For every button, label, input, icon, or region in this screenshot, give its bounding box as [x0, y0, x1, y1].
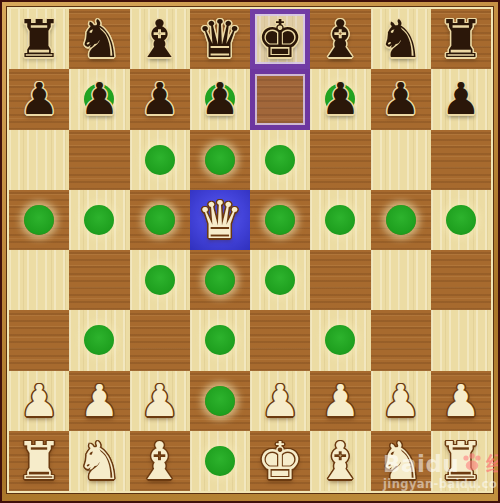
legal-move-dot: [24, 205, 54, 235]
black-king: ♚: [250, 9, 310, 69]
square-b5[interactable]: [69, 190, 129, 250]
square-g4[interactable]: [371, 250, 431, 310]
black-knight: ♞: [69, 9, 129, 69]
square-e2[interactable]: ♟: [250, 371, 310, 431]
black-rook: ♜: [431, 9, 491, 69]
white-pawn: ♟: [130, 371, 190, 431]
square-e3[interactable]: [250, 310, 310, 370]
white-pawn: ♟: [371, 371, 431, 431]
legal-move-dot: [205, 446, 235, 476]
white-pawn: ♟: [310, 371, 370, 431]
square-c8[interactable]: ♝: [130, 9, 190, 69]
square-g7[interactable]: ♟: [371, 69, 431, 129]
legal-move-dot: [325, 325, 355, 355]
square-f8[interactable]: ♝: [310, 9, 370, 69]
black-pawn: ♟: [69, 69, 129, 129]
square-h6[interactable]: [431, 130, 491, 190]
square-f7[interactable]: ♟: [310, 69, 370, 129]
legal-move-dot: [446, 205, 476, 235]
square-c3[interactable]: [130, 310, 190, 370]
square-c6[interactable]: [130, 130, 190, 190]
black-pawn: ♟: [190, 69, 250, 129]
square-a2[interactable]: ♟: [9, 371, 69, 431]
square-f4[interactable]: [310, 250, 370, 310]
black-queen: ♛: [190, 9, 250, 69]
square-g6[interactable]: [371, 130, 431, 190]
square-a7[interactable]: ♟: [9, 69, 69, 129]
square-a8[interactable]: ♜: [9, 9, 69, 69]
legal-move-dot: [205, 386, 235, 416]
white-knight: ♞: [371, 431, 431, 491]
legal-move-dot: [205, 265, 235, 295]
square-h5[interactable]: [431, 190, 491, 250]
board-frame: ♜♞♝♛♚♝♞♜♟♟♟♟♟♟♟♛♟♟♟♟♟♟♟♜♞♝♚♝♞♜: [7, 7, 493, 493]
square-f6[interactable]: [310, 130, 370, 190]
square-b6[interactable]: [69, 130, 129, 190]
square-f2[interactable]: ♟: [310, 371, 370, 431]
square-f3[interactable]: [310, 310, 370, 370]
square-h2[interactable]: ♟: [431, 371, 491, 431]
square-c4[interactable]: [130, 250, 190, 310]
square-b8[interactable]: ♞: [69, 9, 129, 69]
square-h4[interactable]: [431, 250, 491, 310]
white-rook: ♜: [9, 431, 69, 491]
square-h3[interactable]: [431, 310, 491, 370]
square-d6[interactable]: [190, 130, 250, 190]
square-a4[interactable]: [9, 250, 69, 310]
square-g2[interactable]: ♟: [371, 371, 431, 431]
square-h1[interactable]: ♜: [431, 431, 491, 491]
square-b4[interactable]: [69, 250, 129, 310]
white-rook: ♜: [431, 431, 491, 491]
square-d8[interactable]: ♛: [190, 9, 250, 69]
square-d4[interactable]: [190, 250, 250, 310]
black-bishop: ♝: [130, 9, 190, 69]
square-a3[interactable]: [9, 310, 69, 370]
square-d2[interactable]: [190, 371, 250, 431]
square-b1[interactable]: ♞: [69, 431, 129, 491]
square-c2[interactable]: ♟: [130, 371, 190, 431]
square-d3[interactable]: [190, 310, 250, 370]
square-h8[interactable]: ♜: [431, 9, 491, 69]
black-pawn: ♟: [431, 69, 491, 129]
square-a5[interactable]: [9, 190, 69, 250]
black-pawn: ♟: [371, 69, 431, 129]
square-g8[interactable]: ♞: [371, 9, 431, 69]
legal-move-dot: [325, 205, 355, 235]
square-a6[interactable]: [9, 130, 69, 190]
white-queen: ♛: [190, 190, 250, 250]
legal-move-dot: [386, 205, 416, 235]
white-bishop: ♝: [310, 431, 370, 491]
square-e5[interactable]: [250, 190, 310, 250]
square-d1[interactable]: [190, 431, 250, 491]
square-c5[interactable]: [130, 190, 190, 250]
white-pawn: ♟: [9, 371, 69, 431]
legal-move-dot: [145, 145, 175, 175]
square-d7[interactable]: ♟: [190, 69, 250, 129]
legal-move-dot: [205, 325, 235, 355]
square-f1[interactable]: ♝: [310, 431, 370, 491]
square-g1[interactable]: ♞: [371, 431, 431, 491]
white-king: ♚: [250, 431, 310, 491]
square-g3[interactable]: [371, 310, 431, 370]
square-b3[interactable]: [69, 310, 129, 370]
black-rook: ♜: [9, 9, 69, 69]
black-pawn: ♟: [9, 69, 69, 129]
square-c1[interactable]: ♝: [130, 431, 190, 491]
black-knight: ♞: [371, 9, 431, 69]
chess-board: ♜♞♝♛♚♝♞♜♟♟♟♟♟♟♟♛♟♟♟♟♟♟♟♜♞♝♚♝♞♜: [9, 9, 491, 491]
square-g5[interactable]: [371, 190, 431, 250]
square-e6[interactable]: [250, 130, 310, 190]
white-bishop: ♝: [130, 431, 190, 491]
white-pawn: ♟: [431, 371, 491, 431]
square-b2[interactable]: ♟: [69, 371, 129, 431]
legal-move-dot: [84, 205, 114, 235]
white-pawn: ♟: [250, 371, 310, 431]
legal-move-dot: [265, 145, 295, 175]
square-e1[interactable]: ♚: [250, 431, 310, 491]
white-knight: ♞: [69, 431, 129, 491]
legal-move-dot: [205, 145, 235, 175]
legal-move-dot: [145, 265, 175, 295]
white-pawn: ♟: [69, 371, 129, 431]
legal-move-dot: [265, 265, 295, 295]
legal-move-dot: [84, 325, 114, 355]
legal-move-dot: [145, 205, 175, 235]
square-f5[interactable]: [310, 190, 370, 250]
square-a1[interactable]: ♜: [9, 431, 69, 491]
black-pawn: ♟: [310, 69, 370, 129]
black-pawn: ♟: [130, 69, 190, 129]
square-e8[interactable]: ♚: [250, 9, 310, 69]
square-b7[interactable]: ♟: [69, 69, 129, 129]
square-e7[interactable]: [250, 69, 310, 129]
square-c7[interactable]: ♟: [130, 69, 190, 129]
chess-app-window: ♜♞♝♛♚♝♞♜♟♟♟♟♟♟♟♛♟♟♟♟♟♟♟♜♞♝♚♝♞♜ Baidu 经验 …: [0, 0, 500, 503]
legal-move-dot: [265, 205, 295, 235]
black-bishop: ♝: [310, 9, 370, 69]
square-e4[interactable]: [250, 250, 310, 310]
square-h7[interactable]: ♟: [431, 69, 491, 129]
square-d5[interactable]: ♛: [190, 190, 250, 250]
